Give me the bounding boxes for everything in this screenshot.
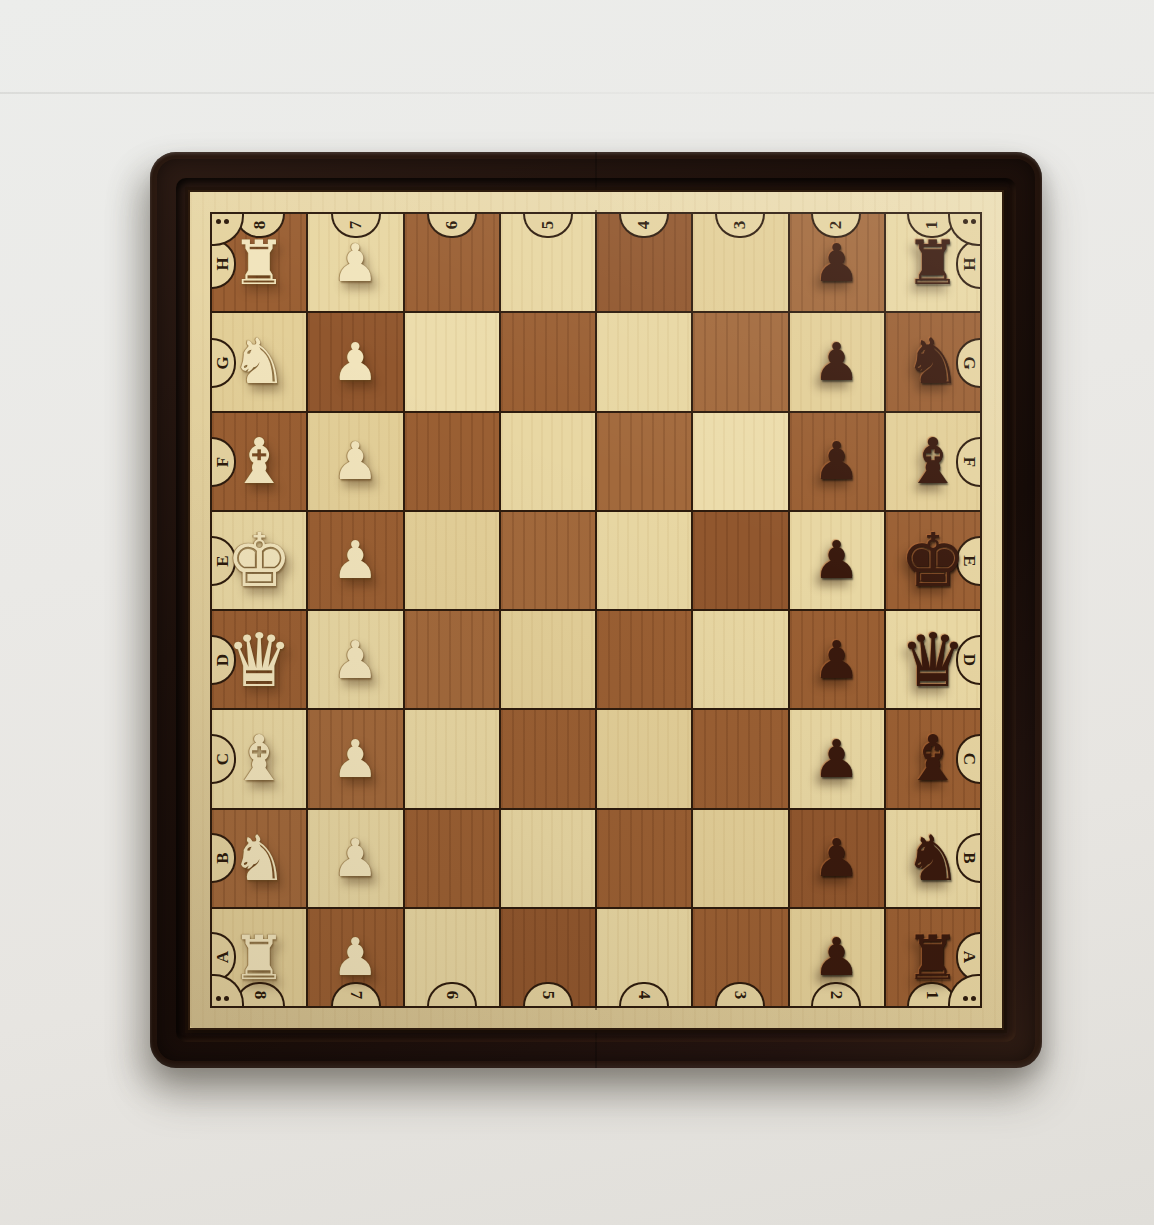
piece-wP-H7[interactable]: ♟ [332, 237, 379, 289]
piece-wP-B7[interactable]: ♟ [332, 832, 379, 884]
piece-wN-B8[interactable]: ♞ [231, 827, 287, 890]
square-B6[interactable] [405, 810, 499, 907]
square-H4[interactable] [597, 214, 691, 311]
square-C7[interactable]: ♟ [308, 710, 402, 807]
square-A3[interactable] [693, 909, 787, 1006]
square-E7[interactable]: ♟ [308, 512, 402, 609]
square-D8[interactable]: ♛ [212, 611, 306, 708]
square-B8[interactable]: ♞ [212, 810, 306, 907]
square-C4[interactable] [597, 710, 691, 807]
square-A7[interactable]: ♟ [308, 909, 402, 1006]
square-H7[interactable]: ♟ [308, 214, 402, 311]
square-G4[interactable] [597, 313, 691, 410]
piece-bB-C1[interactable]: ♝ [905, 727, 961, 790]
square-E4[interactable] [597, 512, 691, 609]
square-C2[interactable]: ♟ [790, 710, 884, 807]
piece-bN-G1[interactable]: ♞ [905, 330, 961, 393]
piece-bR-A1[interactable]: ♜ [906, 927, 961, 988]
piece-wP-E7[interactable]: ♟ [332, 534, 379, 586]
square-G7[interactable]: ♟ [308, 313, 402, 410]
square-E2[interactable]: ♟ [790, 512, 884, 609]
square-C6[interactable] [405, 710, 499, 807]
square-D1[interactable]: ♛ [886, 611, 980, 708]
square-F4[interactable] [597, 413, 691, 510]
piece-wP-F7[interactable]: ♟ [332, 435, 379, 487]
square-D3[interactable] [693, 611, 787, 708]
piece-bP-D2[interactable]: ♟ [813, 634, 860, 686]
square-A1[interactable]: ♜ [886, 909, 980, 1006]
piece-bR-H1[interactable]: ♜ [906, 232, 961, 293]
piece-bP-C2[interactable]: ♟ [813, 733, 860, 785]
square-E8[interactable]: ♚ [212, 512, 306, 609]
square-D6[interactable] [405, 611, 499, 708]
square-B4[interactable] [597, 810, 691, 907]
piece-wK-E8[interactable]: ♚ [226, 523, 292, 597]
board-frame: ♜♟♟♜♞♟♟♞♝♟♟♝♚♟♟♚♛♟♟♛♝♟♟♝♞♟♟♞♜♟♟♜ 8765432… [150, 152, 1042, 1068]
square-B3[interactable] [693, 810, 787, 907]
square-B5[interactable] [501, 810, 595, 907]
square-D2[interactable]: ♟ [790, 611, 884, 708]
square-C1[interactable]: ♝ [886, 710, 980, 807]
square-F8[interactable]: ♝ [212, 413, 306, 510]
piece-bP-A2[interactable]: ♟ [813, 931, 860, 983]
square-F1[interactable]: ♝ [886, 413, 980, 510]
piece-wP-G7[interactable]: ♟ [332, 336, 379, 388]
square-E6[interactable] [405, 512, 499, 609]
piece-wB-C8[interactable]: ♝ [231, 727, 287, 790]
piece-wN-G8[interactable]: ♞ [231, 330, 287, 393]
square-H2[interactable]: ♟ [790, 214, 884, 311]
chess-grid: ♜♟♟♜♞♟♟♞♝♟♟♝♚♟♟♚♛♟♟♛♝♟♟♝♞♟♟♞♜♟♟♜ [210, 212, 982, 1008]
piece-bP-E2[interactable]: ♟ [813, 534, 860, 586]
piece-wR-A8[interactable]: ♜ [232, 927, 287, 988]
square-A2[interactable]: ♟ [790, 909, 884, 1006]
piece-wP-A7[interactable]: ♟ [332, 931, 379, 983]
square-A4[interactable] [597, 909, 691, 1006]
square-F3[interactable] [693, 413, 787, 510]
piece-bP-B2[interactable]: ♟ [813, 832, 860, 884]
piece-bQ-D1[interactable]: ♛ [900, 623, 966, 697]
piece-wQ-D8[interactable]: ♛ [226, 623, 292, 697]
piece-bP-G2[interactable]: ♟ [813, 336, 860, 388]
square-F2[interactable]: ♟ [790, 413, 884, 510]
piece-bK-E1[interactable]: ♚ [900, 523, 966, 597]
square-D4[interactable] [597, 611, 691, 708]
piece-bP-F2[interactable]: ♟ [813, 435, 860, 487]
photo-scene: ♜♟♟♜♞♟♟♞♝♟♟♝♚♟♟♚♛♟♟♛♝♟♟♝♞♟♟♞♜♟♟♜ 8765432… [0, 0, 1154, 1225]
square-E1[interactable]: ♚ [886, 512, 980, 609]
square-E5[interactable] [501, 512, 595, 609]
square-G3[interactable] [693, 313, 787, 410]
square-G5[interactable] [501, 313, 595, 410]
square-G8[interactable]: ♞ [212, 313, 306, 410]
square-B7[interactable]: ♟ [308, 810, 402, 907]
background-surface-seam [0, 92, 1154, 94]
piece-wB-F8[interactable]: ♝ [231, 430, 287, 493]
board-surface: ♜♟♟♜♞♟♟♞♝♟♟♝♚♟♟♚♛♟♟♛♝♟♟♝♞♟♟♞♜♟♟♜ 8765432… [188, 190, 1004, 1030]
square-H8[interactable]: ♜ [212, 214, 306, 311]
square-H5[interactable] [501, 214, 595, 311]
piece-wP-D7[interactable]: ♟ [332, 634, 379, 686]
square-B2[interactable]: ♟ [790, 810, 884, 907]
piece-bB-F1[interactable]: ♝ [905, 430, 961, 493]
piece-bN-B1[interactable]: ♞ [905, 827, 961, 890]
square-C8[interactable]: ♝ [212, 710, 306, 807]
square-F6[interactable] [405, 413, 499, 510]
square-D5[interactable] [501, 611, 595, 708]
square-A6[interactable] [405, 909, 499, 1006]
piece-wR-H8[interactable]: ♜ [232, 232, 287, 293]
square-A5[interactable] [501, 909, 595, 1006]
square-G1[interactable]: ♞ [886, 313, 980, 410]
square-C3[interactable] [693, 710, 787, 807]
piece-bP-H2[interactable]: ♟ [813, 237, 860, 289]
square-G6[interactable] [405, 313, 499, 410]
square-F7[interactable]: ♟ [308, 413, 402, 510]
square-B1[interactable]: ♞ [886, 810, 980, 907]
square-H6[interactable] [405, 214, 499, 311]
square-C5[interactable] [501, 710, 595, 807]
square-G2[interactable]: ♟ [790, 313, 884, 410]
square-F5[interactable] [501, 413, 595, 510]
piece-wP-C7[interactable]: ♟ [332, 733, 379, 785]
square-H3[interactable] [693, 214, 787, 311]
square-D7[interactable]: ♟ [308, 611, 402, 708]
square-H1[interactable]: ♜ [886, 214, 980, 311]
square-E3[interactable] [693, 512, 787, 609]
square-A8[interactable]: ♜ [212, 909, 306, 1006]
